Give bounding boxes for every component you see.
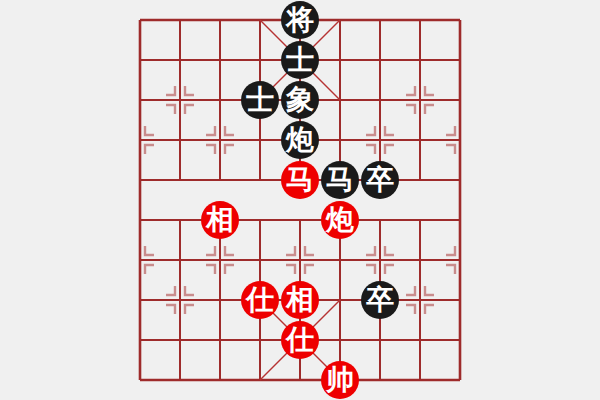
piece-red-elephant-1[interactable]: 相 [201,201,239,239]
pieces-layer: 将士士象炮马马卒相炮仕相卒仕帅 [120,0,480,400]
piece-red-advisor-1[interactable]: 仕 [241,281,279,319]
piece-black-soldier-1[interactable]: 卒 [361,161,399,199]
piece-red-cannon[interactable]: 炮 [321,201,359,239]
piece-black-horse[interactable]: 马 [321,161,359,199]
piece-black-elephant[interactable]: 象 [281,81,319,119]
piece-red-advisor-2[interactable]: 仕 [281,321,319,359]
piece-black-advisor-2[interactable]: 士 [241,81,279,119]
piece-red-horse[interactable]: 马 [281,161,319,199]
piece-red-elephant-2[interactable]: 相 [281,281,319,319]
piece-red-general[interactable]: 帅 [321,361,359,399]
piece-black-general[interactable]: 将 [281,1,319,39]
piece-black-soldier-2[interactable]: 卒 [361,281,399,319]
xiangqi-board: 将士士象炮马马卒相炮仕相卒仕帅 [0,0,600,400]
piece-black-advisor-1[interactable]: 士 [281,41,319,79]
piece-black-cannon[interactable]: 炮 [281,121,319,159]
